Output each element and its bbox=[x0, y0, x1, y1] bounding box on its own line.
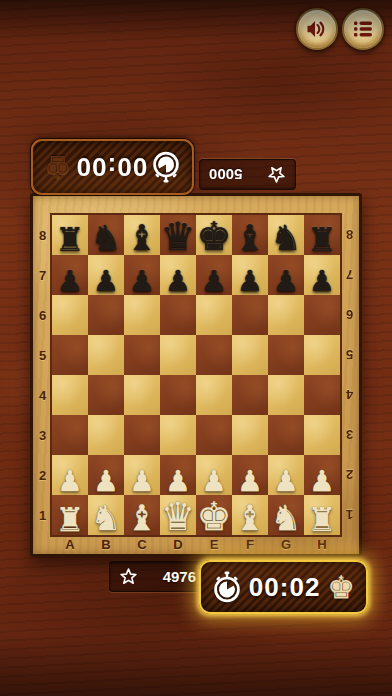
coord-label-6: 6 bbox=[340, 295, 359, 335]
black-queen[interactable]: ♛ bbox=[161, 217, 196, 256]
black-bishop[interactable]: ♝ bbox=[234, 221, 265, 256]
speaker-icon bbox=[305, 17, 329, 41]
board-grid: ♜♞♝♛♚♝♞♜♟♟♟♟♟♟♟♟♟♟♟♟♟♟♟♟♜♞♝♛♚♝♞♜ bbox=[52, 215, 340, 535]
square-h4[interactable] bbox=[304, 375, 340, 415]
square-e2[interactable]: ♟ bbox=[196, 455, 232, 495]
square-a6[interactable] bbox=[52, 295, 88, 335]
square-g6[interactable] bbox=[268, 295, 304, 335]
white-pawn[interactable]: ♟ bbox=[309, 467, 335, 496]
square-d2[interactable]: ♟ bbox=[160, 455, 196, 495]
black-pawn[interactable]: ♟ bbox=[57, 267, 83, 296]
coord-label-4: 4 bbox=[340, 375, 359, 415]
square-g2[interactable]: ♟ bbox=[268, 455, 304, 495]
square-c3[interactable] bbox=[124, 415, 160, 455]
black-rook[interactable]: ♜ bbox=[55, 223, 85, 256]
square-e6[interactable] bbox=[196, 295, 232, 335]
square-g8[interactable]: ♞ bbox=[268, 215, 304, 255]
square-a1[interactable]: ♜ bbox=[52, 495, 88, 535]
star-icon bbox=[119, 567, 138, 586]
square-d1[interactable]: ♛ bbox=[160, 495, 196, 535]
square-f4[interactable] bbox=[232, 375, 268, 415]
black-king-icon: ♚ bbox=[44, 152, 72, 183]
black-pawn[interactable]: ♟ bbox=[93, 267, 119, 296]
white-clock-time: 00:02 bbox=[249, 572, 321, 603]
black-knight[interactable]: ♞ bbox=[270, 221, 301, 256]
black-score-value: 5000 bbox=[209, 166, 242, 183]
square-h2[interactable]: ♟ bbox=[304, 455, 340, 495]
square-h1[interactable]: ♜ bbox=[304, 495, 340, 535]
coord-label-8: 8 bbox=[340, 215, 359, 255]
square-b4[interactable] bbox=[88, 375, 124, 415]
black-pawn[interactable]: ♟ bbox=[237, 267, 263, 296]
square-e1[interactable]: ♚ bbox=[196, 495, 232, 535]
white-pawn[interactable]: ♟ bbox=[57, 467, 83, 496]
chess-board: ♜♞♝♛♚♝♞♜♟♟♟♟♟♟♟♟♟♟♟♟♟♟♟♟♜♞♝♛♚♝♞♜ 8765432… bbox=[30, 193, 362, 557]
black-pawn[interactable]: ♟ bbox=[309, 267, 335, 296]
square-e7[interactable]: ♟ bbox=[196, 255, 232, 295]
black-score-panel: 5000 bbox=[199, 159, 296, 190]
menu-list-icon bbox=[351, 17, 375, 41]
square-a5[interactable] bbox=[52, 335, 88, 375]
square-d6[interactable] bbox=[160, 295, 196, 335]
square-c1[interactable]: ♝ bbox=[124, 495, 160, 535]
square-b3[interactable] bbox=[88, 415, 124, 455]
square-f6[interactable] bbox=[232, 295, 268, 335]
square-b8[interactable]: ♞ bbox=[88, 215, 124, 255]
stopwatch-icon bbox=[212, 571, 242, 603]
coord-label-2: 2 bbox=[33, 455, 52, 495]
coord-label-2: 2 bbox=[340, 455, 359, 495]
white-rook[interactable]: ♜ bbox=[55, 503, 85, 536]
black-clock-panel: 00:00 ♚ bbox=[31, 139, 194, 195]
sound-button[interactable] bbox=[296, 8, 338, 50]
black-clock-time: 00:00 bbox=[76, 152, 148, 183]
coord-label-8: 8 bbox=[33, 215, 52, 255]
black-pawn[interactable]: ♟ bbox=[201, 267, 227, 296]
menu-button[interactable] bbox=[342, 8, 384, 50]
white-clock-panel: 00:02 ♚ bbox=[199, 560, 368, 614]
square-c8[interactable]: ♝ bbox=[124, 215, 160, 255]
square-g3[interactable] bbox=[268, 415, 304, 455]
white-pawn[interactable]: ♟ bbox=[273, 467, 299, 496]
coord-label-3: 3 bbox=[340, 415, 359, 455]
square-b6[interactable] bbox=[88, 295, 124, 335]
black-rook[interactable]: ♜ bbox=[307, 223, 337, 256]
square-g1[interactable]: ♞ bbox=[268, 495, 304, 535]
square-f1[interactable]: ♝ bbox=[232, 495, 268, 535]
white-pawn[interactable]: ♟ bbox=[237, 467, 263, 496]
white-knight[interactable]: ♞ bbox=[90, 501, 121, 536]
rank-labels-right: 87654321 bbox=[340, 215, 359, 535]
square-d3[interactable] bbox=[160, 415, 196, 455]
rank-labels-left: 87654321 bbox=[33, 215, 52, 535]
coord-label-6: 6 bbox=[33, 295, 52, 335]
square-d5[interactable] bbox=[160, 335, 196, 375]
square-a4[interactable] bbox=[52, 375, 88, 415]
black-king[interactable]: ♚ bbox=[197, 217, 232, 256]
white-score-panel: 4976 bbox=[109, 561, 206, 592]
square-a8[interactable]: ♜ bbox=[52, 215, 88, 255]
square-e5[interactable] bbox=[196, 335, 232, 375]
square-e8[interactable]: ♚ bbox=[196, 215, 232, 255]
white-bishop[interactable]: ♝ bbox=[126, 501, 157, 536]
coord-label-5: 5 bbox=[340, 335, 359, 375]
coord-label-3: 3 bbox=[33, 415, 52, 455]
square-b5[interactable] bbox=[88, 335, 124, 375]
white-pawn[interactable]: ♟ bbox=[165, 467, 191, 496]
square-h6[interactable] bbox=[304, 295, 340, 335]
coord-label-4: 4 bbox=[33, 375, 52, 415]
square-c7[interactable]: ♟ bbox=[124, 255, 160, 295]
square-d4[interactable] bbox=[160, 375, 196, 415]
square-f5[interactable] bbox=[232, 335, 268, 375]
black-bishop[interactable]: ♝ bbox=[126, 221, 157, 256]
square-b2[interactable]: ♟ bbox=[88, 455, 124, 495]
game-screen: 00:00 ♚ 5000 ♜♞♝♛♚♝♞♜♟♟♟♟♟♟♟♟♟♟♟♟♟♟♟♟♜♞♝… bbox=[0, 0, 392, 696]
white-pawn[interactable]: ♟ bbox=[129, 467, 155, 496]
square-f3[interactable] bbox=[232, 415, 268, 455]
square-c6[interactable] bbox=[124, 295, 160, 335]
square-h8[interactable]: ♜ bbox=[304, 215, 340, 255]
white-pawn[interactable]: ♟ bbox=[201, 467, 227, 496]
black-pawn[interactable]: ♟ bbox=[129, 267, 155, 296]
black-knight[interactable]: ♞ bbox=[90, 221, 121, 256]
square-b1[interactable]: ♞ bbox=[88, 495, 124, 535]
coord-label-1: 1 bbox=[33, 495, 52, 535]
star-icon bbox=[267, 165, 286, 184]
square-d7[interactable]: ♟ bbox=[160, 255, 196, 295]
square-a2[interactable]: ♟ bbox=[52, 455, 88, 495]
square-b7[interactable]: ♟ bbox=[88, 255, 124, 295]
square-c4[interactable] bbox=[124, 375, 160, 415]
square-f8[interactable]: ♝ bbox=[232, 215, 268, 255]
square-a7[interactable]: ♟ bbox=[52, 255, 88, 295]
white-rook[interactable]: ♜ bbox=[307, 503, 337, 536]
square-f7[interactable]: ♟ bbox=[232, 255, 268, 295]
coord-label-7: 7 bbox=[340, 255, 359, 295]
square-c2[interactable]: ♟ bbox=[124, 455, 160, 495]
coord-label-5: 5 bbox=[33, 335, 52, 375]
white-queen[interactable]: ♛ bbox=[161, 497, 196, 536]
square-g5[interactable] bbox=[268, 335, 304, 375]
square-e3[interactable] bbox=[196, 415, 232, 455]
square-h3[interactable] bbox=[304, 415, 340, 455]
white-knight[interactable]: ♞ bbox=[270, 501, 301, 536]
square-g4[interactable] bbox=[268, 375, 304, 415]
black-pawn[interactable]: ♟ bbox=[273, 267, 299, 296]
white-king[interactable]: ♚ bbox=[197, 497, 232, 536]
stopwatch-icon bbox=[151, 151, 181, 183]
square-f2[interactable]: ♟ bbox=[232, 455, 268, 495]
square-a3[interactable] bbox=[52, 415, 88, 455]
white-king-icon: ♚ bbox=[327, 572, 355, 603]
square-e4[interactable] bbox=[196, 375, 232, 415]
square-g7[interactable]: ♟ bbox=[268, 255, 304, 295]
white-bishop[interactable]: ♝ bbox=[234, 501, 265, 536]
square-d8[interactable]: ♛ bbox=[160, 215, 196, 255]
black-pawn[interactable]: ♟ bbox=[165, 267, 191, 296]
white-score-value: 4976 bbox=[163, 568, 196, 585]
coord-label-1: 1 bbox=[340, 495, 359, 535]
square-h5[interactable] bbox=[304, 335, 340, 375]
white-pawn[interactable]: ♟ bbox=[93, 467, 119, 496]
coord-label-7: 7 bbox=[33, 255, 52, 295]
square-h7[interactable]: ♟ bbox=[304, 255, 340, 295]
square-c5[interactable] bbox=[124, 335, 160, 375]
